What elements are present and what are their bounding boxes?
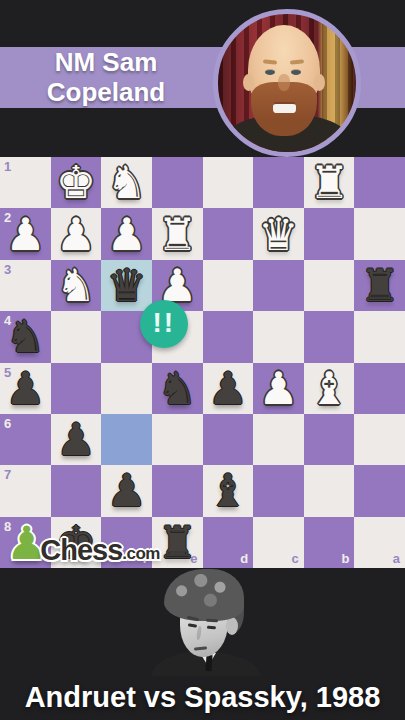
square-g7 bbox=[51, 465, 102, 516]
photo-hair bbox=[164, 569, 244, 621]
piece-white-bishop: ♝ bbox=[304, 363, 355, 414]
square-e7 bbox=[152, 465, 203, 516]
square-b1: ♜ bbox=[304, 157, 355, 208]
piece-black-bishop: ♝ bbox=[203, 465, 254, 516]
square-a2 bbox=[354, 208, 405, 259]
piece-white-queen: ♛ bbox=[253, 208, 304, 259]
rank-label-3: 3 bbox=[4, 262, 11, 277]
photo-tie bbox=[205, 655, 212, 671]
chess-board: 1♚♞♜2♟♟♟♜♛3♞♛♟♜4♞5♟♞♟♟♝6♟7♟♝8♚fe♜dcba bbox=[0, 157, 405, 568]
square-f1: ♞ bbox=[101, 157, 152, 208]
brilliant-move-icon: !! bbox=[140, 300, 188, 348]
square-d4 bbox=[203, 311, 254, 362]
square-b8: b bbox=[304, 517, 355, 568]
square-a6 bbox=[354, 414, 405, 465]
rank-label-1: 1 bbox=[4, 159, 11, 174]
square-e6 bbox=[152, 414, 203, 465]
avatar-ear bbox=[243, 74, 254, 91]
square-c3 bbox=[253, 260, 304, 311]
square-c1 bbox=[253, 157, 304, 208]
square-f5 bbox=[101, 363, 152, 414]
file-label-d: d bbox=[240, 551, 248, 566]
square-c2: ♛ bbox=[253, 208, 304, 259]
square-d1 bbox=[203, 157, 254, 208]
square-b5: ♝ bbox=[304, 363, 355, 414]
square-h1: 1 bbox=[0, 157, 51, 208]
square-h2: 2♟ bbox=[0, 208, 51, 259]
avatar-eye bbox=[291, 69, 301, 75]
square-f6 bbox=[101, 414, 152, 465]
file-label-e: e bbox=[190, 551, 197, 566]
piece-black-pawn: ♟ bbox=[51, 414, 102, 465]
piece-white-pawn: ♟ bbox=[51, 208, 102, 259]
square-h7: 7 bbox=[0, 465, 51, 516]
player-photo bbox=[150, 569, 263, 676]
square-b2 bbox=[304, 208, 355, 259]
square-b3 bbox=[304, 260, 355, 311]
piece-black-pawn: ♟ bbox=[101, 465, 152, 516]
streamer-name-line1: NM Sam bbox=[55, 47, 158, 77]
square-h5: 5♟ bbox=[0, 363, 51, 414]
square-g2: ♟ bbox=[51, 208, 102, 259]
square-a1 bbox=[354, 157, 405, 208]
chesscom-logo-suffix: .com bbox=[122, 543, 160, 565]
piece-white-knight: ♞ bbox=[101, 157, 152, 208]
avatar-ear bbox=[314, 74, 325, 91]
rank-label-7: 7 bbox=[4, 467, 11, 482]
photo-eye bbox=[207, 626, 216, 629]
piece-white-pawn: ♟ bbox=[101, 208, 152, 259]
square-a7 bbox=[354, 465, 405, 516]
avatar-nose bbox=[278, 74, 290, 91]
file-label-a: a bbox=[393, 551, 400, 566]
piece-black-pawn: ♟ bbox=[203, 363, 254, 414]
piece-white-king: ♚ bbox=[51, 157, 102, 208]
square-d7: ♝ bbox=[203, 465, 254, 516]
match-caption: Andruet vs Spassky, 1988 bbox=[0, 681, 405, 714]
piece-white-pawn: ♟ bbox=[253, 363, 304, 414]
square-d6 bbox=[203, 414, 254, 465]
square-c5: ♟ bbox=[253, 363, 304, 414]
square-c8: c bbox=[253, 517, 304, 568]
square-g6: ♟ bbox=[51, 414, 102, 465]
rank-label-2: 2 bbox=[4, 210, 11, 225]
square-a8: a bbox=[354, 517, 405, 568]
piece-black-queen: ♛ bbox=[101, 260, 152, 311]
video-frame: NM Sam Copeland 1♚♞♜2♟♟♟♜♛3♞♛♟♜4♞5♟♞♟♟♝6… bbox=[0, 0, 405, 720]
avatar-eye bbox=[265, 69, 275, 75]
piece-black-rook: ♜ bbox=[354, 260, 405, 311]
chesscom-logo: ♟ Chess .com bbox=[6, 521, 160, 565]
file-label-c: c bbox=[292, 551, 299, 566]
square-d2 bbox=[203, 208, 254, 259]
square-a4 bbox=[354, 311, 405, 362]
rank-label-4: 4 bbox=[4, 313, 11, 328]
square-h3: 3 bbox=[0, 260, 51, 311]
square-c4 bbox=[253, 311, 304, 362]
piece-white-rook: ♜ bbox=[152, 208, 203, 259]
square-e2: ♜ bbox=[152, 208, 203, 259]
square-g1: ♚ bbox=[51, 157, 102, 208]
square-b6 bbox=[304, 414, 355, 465]
square-a3: ♜ bbox=[354, 260, 405, 311]
chesscom-logo-text: Chess bbox=[40, 535, 122, 565]
square-e5: ♞ bbox=[152, 363, 203, 414]
square-c7 bbox=[253, 465, 304, 516]
piece-white-rook: ♜ bbox=[304, 157, 355, 208]
square-g5 bbox=[51, 363, 102, 414]
rank-label-5: 5 bbox=[4, 365, 11, 380]
square-a5 bbox=[354, 363, 405, 414]
square-h4: 4♞ bbox=[0, 311, 51, 362]
square-f3: ♛ bbox=[101, 260, 152, 311]
square-h6: 6 bbox=[0, 414, 51, 465]
streamer-name-line2: Copeland bbox=[47, 77, 165, 107]
file-label-b: b bbox=[341, 551, 349, 566]
square-d3 bbox=[203, 260, 254, 311]
piece-black-knight: ♞ bbox=[152, 363, 203, 414]
streamer-avatar bbox=[213, 9, 361, 157]
brilliant-move-glyph: !! bbox=[153, 307, 176, 339]
square-b7 bbox=[304, 465, 355, 516]
square-d5: ♟ bbox=[203, 363, 254, 414]
square-b4 bbox=[304, 311, 355, 362]
avatar-mouth bbox=[273, 102, 296, 113]
streamer-name: NM Sam Copeland bbox=[10, 44, 202, 110]
rank-label-6: 6 bbox=[4, 416, 11, 431]
square-f2: ♟ bbox=[101, 208, 152, 259]
square-g4 bbox=[51, 311, 102, 362]
square-f7: ♟ bbox=[101, 465, 152, 516]
square-g3: ♞ bbox=[51, 260, 102, 311]
square-c6 bbox=[253, 414, 304, 465]
square-d8: d bbox=[203, 517, 254, 568]
photo-ear bbox=[226, 617, 238, 635]
square-e1 bbox=[152, 157, 203, 208]
piece-white-knight: ♞ bbox=[51, 260, 102, 311]
